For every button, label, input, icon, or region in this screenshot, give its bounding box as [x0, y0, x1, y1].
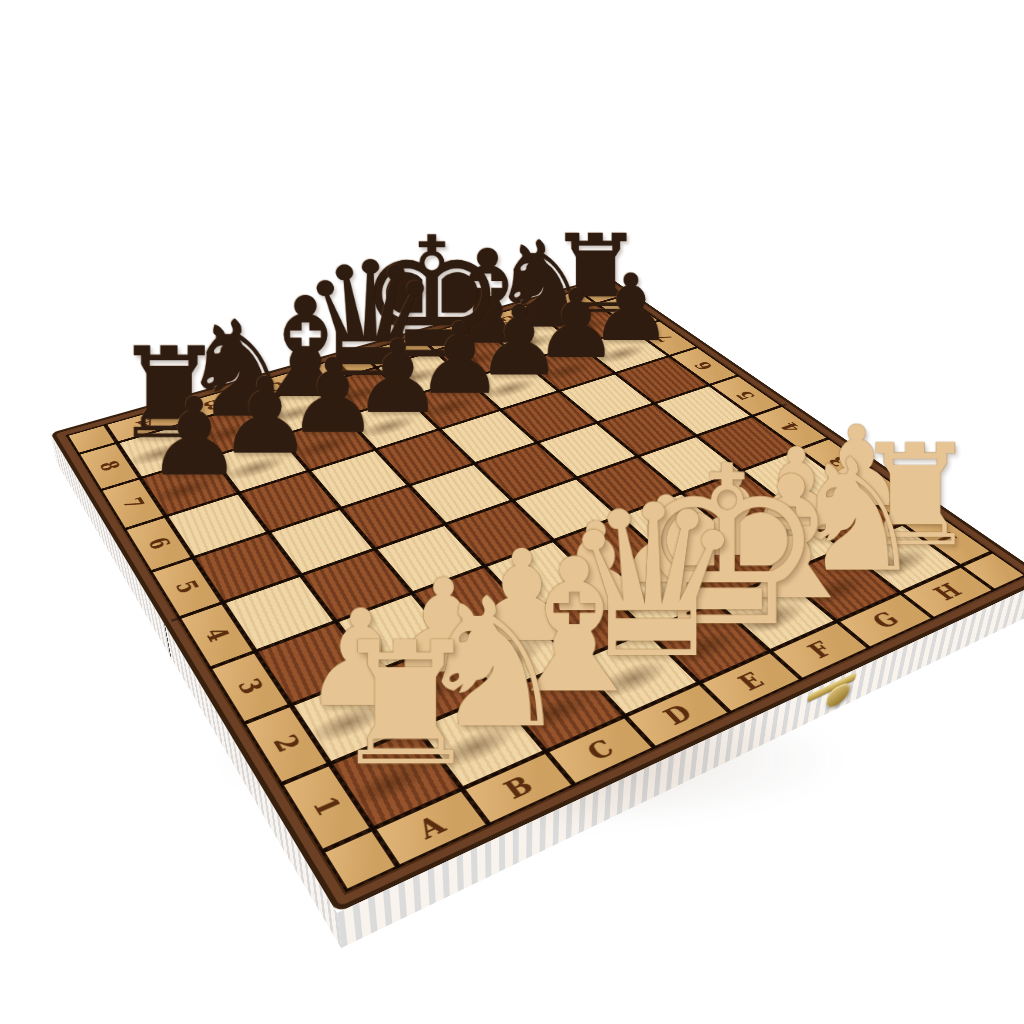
rank-number: 5: [169, 578, 203, 597]
rank-number: 6: [690, 360, 717, 372]
file-letter: A: [412, 810, 450, 843]
rank-number: 6: [142, 535, 175, 553]
chess-board-box: ABCDEFGH8877665544332211ABCDEFGH ♜♞♝♛♚♝♞…: [50, 276, 1024, 913]
rank-number: 5: [731, 389, 759, 402]
piece-black-pawn-a7: ♟: [100, 384, 288, 492]
rank-number: 4: [199, 624, 234, 645]
photo-scene: ABCDEFGH8877665544332211ABCDEFGH ♜♞♝♛♚♝♞…: [0, 0, 1024, 1024]
piece-white-rook-a1: ♜: [283, 620, 528, 790]
rank-number: 7: [117, 495, 148, 511]
